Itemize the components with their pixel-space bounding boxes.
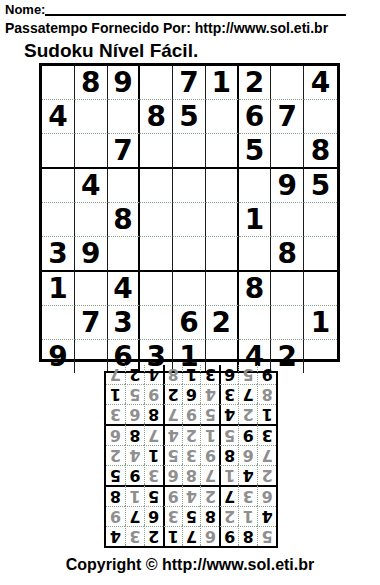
solution-cell-solved: 3 <box>238 485 257 506</box>
solution-cell-solved: 8 <box>257 384 276 404</box>
solution-cell-solved: 2 <box>238 404 257 424</box>
solution-cell-given: 8 <box>200 506 219 526</box>
solution-cell-solved: 2 <box>219 506 238 526</box>
puzzle-cell-given: 2 <box>239 66 272 100</box>
puzzle-cell-given: 1 <box>206 66 239 100</box>
solution-cell-given: 1 <box>144 445 163 465</box>
puzzle-cell-empty[interactable] <box>173 134 206 169</box>
puzzle-cell-given: 6 <box>239 100 272 134</box>
solution-cell-given: 8 <box>106 485 125 506</box>
puzzle-cell-given: 5 <box>239 134 272 169</box>
solution-cell-given: 4 <box>144 365 163 384</box>
puzzle-cell-empty[interactable] <box>75 203 108 237</box>
puzzle-cell-given: 4 <box>108 272 141 306</box>
solution-cell-solved: 6 <box>125 404 144 424</box>
solution-cell-solved: 4 <box>200 384 219 404</box>
solution-cell-solved: 3 <box>125 526 144 546</box>
sudoku-solution-grid-rotated: 5896712344128536796372495182417863957689… <box>104 371 278 548</box>
solution-cell-solved: 7 <box>200 465 219 485</box>
solution-cell-solved: 2 <box>200 485 219 506</box>
puzzle-cell-empty[interactable] <box>108 100 141 134</box>
solution-cell-solved: 5 <box>238 365 257 384</box>
solution-cell-solved: 9 <box>144 384 163 404</box>
puzzle-cell-given: 9 <box>271 169 304 203</box>
puzzle-cell-empty[interactable] <box>239 306 272 340</box>
solution-cell-given: 9 <box>238 424 257 445</box>
solution-cell-solved: 5 <box>257 526 276 546</box>
puzzle-cell-given: 7 <box>75 306 108 340</box>
solution-cell-solved: 7 <box>106 365 125 384</box>
solution-cell-solved: 3 <box>144 465 163 485</box>
solution-cell-solved: 5 <box>125 384 144 404</box>
solution-cell-given: 2 <box>163 384 182 404</box>
solution-cell-solved: 8 <box>182 465 201 485</box>
solution-cell-given: 1 <box>163 526 182 546</box>
solution-cell-solved: 9 <box>200 445 219 465</box>
solution-cell-solved: 9 <box>106 506 125 526</box>
puzzle-cell-given: 5 <box>173 100 206 134</box>
puzzle-cell-empty[interactable] <box>206 169 239 203</box>
solution-cell-given: 2 <box>125 365 144 384</box>
puzzle-cell-empty[interactable] <box>42 306 75 340</box>
solution-cell-solved: 6 <box>238 445 257 465</box>
solution-cell-solved: 5 <box>200 404 219 424</box>
puzzle-cell-given: 3 <box>108 306 141 340</box>
puzzle-cell-empty[interactable] <box>239 237 272 272</box>
solution-cell-solved: 6 <box>163 465 182 485</box>
puzzle-cell-empty[interactable] <box>42 203 75 237</box>
puzzle-cell-empty[interactable] <box>140 169 173 203</box>
puzzle-cell-empty[interactable] <box>42 169 75 203</box>
puzzle-cell-given: 7 <box>173 66 206 100</box>
solution-cell-solved: 6 <box>200 526 219 546</box>
puzzle-cell-given: 2 <box>206 306 239 340</box>
puzzle-cell-given: 4 <box>304 66 337 100</box>
puzzle-cell-given: 6 <box>173 306 206 340</box>
solution-cell-given: 9 <box>257 365 276 384</box>
solution-cell-solved: 7 <box>144 424 163 445</box>
puzzle-cell-given: 4 <box>75 169 108 203</box>
solution-cell-solved: 7 <box>163 404 182 424</box>
solution-cell-given: 5 <box>182 506 201 526</box>
solution-cell-given: 8 <box>144 404 163 424</box>
puzzle-cell-given: 7 <box>271 100 304 134</box>
solution-cell-solved: 1 <box>125 485 144 506</box>
solution-cell-given: 4 <box>106 526 125 546</box>
solution-cell-given: 7 <box>238 384 257 404</box>
solution-cell-given: 8 <box>238 526 257 546</box>
solution-cell-solved: 9 <box>163 485 182 506</box>
puzzle-cell-given: 2 <box>271 340 304 373</box>
solution-cell-given: 7 <box>219 485 238 506</box>
name-line: Nome: <box>5 2 346 17</box>
solution-cell-given: 1 <box>106 384 125 404</box>
solution-cell-solved: 2 <box>182 424 201 445</box>
solution-cell-given: 3 <box>257 424 276 445</box>
puzzle-cell-empty[interactable] <box>140 306 173 340</box>
puzzle-cell-empty[interactable] <box>206 100 239 134</box>
puzzle-cell-given: 1 <box>42 272 75 306</box>
solution-cell-solved: 4 <box>163 424 182 445</box>
solution-cell-solved: 2 <box>257 465 276 485</box>
solution-cell-solved: 6 <box>106 424 125 445</box>
solution-cell-solved: 2 <box>106 445 125 465</box>
solution-cell-solved: 7 <box>257 445 276 465</box>
puzzle-cell-empty[interactable] <box>42 66 75 100</box>
puzzle-cell-given: 9 <box>75 237 108 272</box>
puzzle-cell-empty[interactable] <box>271 306 304 340</box>
puzzle-cell-empty[interactable] <box>304 100 337 134</box>
solution-cell-given: 6 <box>182 384 201 404</box>
puzzle-cell-empty[interactable] <box>271 272 304 306</box>
puzzle-cell-empty[interactable] <box>108 237 141 272</box>
puzzle-cell-given: 4 <box>42 100 75 134</box>
puzzle-cell-empty[interactable] <box>173 203 206 237</box>
puzzle-cell-empty[interactable] <box>173 169 206 203</box>
solution-cell-given: 6 <box>219 365 238 384</box>
puzzle-cell-empty[interactable] <box>42 134 75 169</box>
solution-cell-solved: 6 <box>257 485 276 506</box>
solution-cell-given: 3 <box>200 365 219 384</box>
sudoku-worksheet-page: Nome: Passatempo Fornecido Por: http://w… <box>0 0 380 585</box>
puzzle-cell-empty[interactable] <box>304 203 337 237</box>
puzzle-cell-given: 5 <box>304 169 337 203</box>
solution-cell-solved: 5 <box>219 424 238 445</box>
puzzle-cell-given: 8 <box>239 272 272 306</box>
puzzle-cell-given: 8 <box>271 237 304 272</box>
puzzle-cell-given: 8 <box>108 203 141 237</box>
puzzle-cell-given: 8 <box>75 66 108 100</box>
solution-cell-given: 9 <box>219 526 238 546</box>
puzzle-cell-empty[interactable] <box>304 340 337 373</box>
puzzle-cell-empty[interactable] <box>140 66 173 100</box>
provider-line: Passatempo Fornecido Por: http://www.sol… <box>5 20 328 36</box>
puzzle-cell-empty[interactable] <box>173 272 206 306</box>
name-blank-underline <box>45 13 346 16</box>
puzzle-cell-empty[interactable] <box>140 272 173 306</box>
sudoku-puzzle-grid: 897124485677584958139814873621963142 <box>39 63 340 362</box>
solution-cell-solved: 3 <box>163 506 182 526</box>
solution-cell-solved: 8 <box>163 365 182 384</box>
puzzle-cell-given: 9 <box>108 66 141 100</box>
solution-cell-given: 5 <box>144 485 163 506</box>
puzzle-cell-empty[interactable] <box>271 134 304 169</box>
puzzle-cell-given: 8 <box>304 134 337 169</box>
solution-cell-given: 7 <box>182 526 201 546</box>
puzzle-cell-empty[interactable] <box>108 169 141 203</box>
solution-cell-given: 8 <box>219 445 238 465</box>
solution-cell-given: 1 <box>182 365 201 384</box>
solution-cell-given: 5 <box>106 465 125 485</box>
solution-cell-solved: 9 <box>182 404 201 424</box>
puzzle-cell-empty[interactable] <box>140 203 173 237</box>
puzzle-cell-given: 1 <box>304 306 337 340</box>
solution-cell-given: 4 <box>238 465 257 485</box>
puzzle-cell-empty[interactable] <box>271 66 304 100</box>
solution-cell-solved: 3 <box>106 404 125 424</box>
name-label: Nome: <box>5 2 45 17</box>
puzzle-cell-given: 3 <box>42 237 75 272</box>
solution-cell-solved: 5 <box>163 445 182 465</box>
puzzle-cell-empty[interactable] <box>75 340 108 373</box>
puzzle-cell-given: 7 <box>108 134 141 169</box>
puzzle-cell-empty[interactable] <box>75 134 108 169</box>
solution-cell-solved: 3 <box>182 445 201 465</box>
copyright-footer: Copyright © http://www.sol.eti.br <box>0 556 380 574</box>
puzzle-cell-empty[interactable] <box>140 134 173 169</box>
solution-cell-solved: 1 <box>200 424 219 445</box>
solution-cell-solved: 4 <box>125 445 144 465</box>
solution-cell-given: 6 <box>144 506 163 526</box>
puzzle-cell-empty[interactable] <box>206 237 239 272</box>
puzzle-cell-empty[interactable] <box>206 134 239 169</box>
page-title: Sudoku Nível Fácil. <box>24 40 198 62</box>
solution-cell-given: 7 <box>125 506 144 526</box>
solution-cell-given: 3 <box>219 384 238 404</box>
solution-cell-given: 2 <box>144 526 163 546</box>
solution-cell-given: 9 <box>125 465 144 485</box>
puzzle-cell-empty[interactable] <box>140 237 173 272</box>
puzzle-cell-empty[interactable] <box>206 272 239 306</box>
solution-cell-given: 1 <box>257 404 276 424</box>
solution-cell-solved: 1 <box>238 506 257 526</box>
puzzle-cell-empty[interactable] <box>304 237 337 272</box>
puzzle-cell-empty[interactable] <box>239 169 272 203</box>
solution-cell-given: 4 <box>219 404 238 424</box>
solution-cell-given: 4 <box>257 506 276 526</box>
puzzle-cell-given: 9 <box>42 340 75 373</box>
solution-cell-given: 8 <box>125 424 144 445</box>
solution-cell-solved: 1 <box>219 465 238 485</box>
puzzle-cell-given: 8 <box>140 100 173 134</box>
puzzle-cell-empty[interactable] <box>173 237 206 272</box>
puzzle-cell-empty[interactable] <box>206 203 239 237</box>
puzzle-cell-empty[interactable] <box>75 100 108 134</box>
puzzle-cell-empty[interactable] <box>271 203 304 237</box>
puzzle-cell-empty[interactable] <box>304 272 337 306</box>
puzzle-cell-empty[interactable] <box>75 272 108 306</box>
puzzle-cell-given: 1 <box>239 203 272 237</box>
solution-cell-solved: 4 <box>182 485 201 506</box>
